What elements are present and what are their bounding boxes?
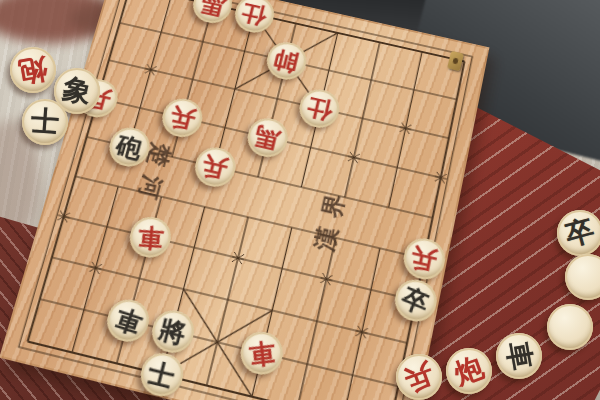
face-down-piece[interactable] — [547, 304, 593, 350]
piece-character: 仕 — [240, 1, 269, 28]
red-advisor-piece[interactable]: 仕 — [231, 0, 277, 36]
black-general-piece[interactable]: 將 — [147, 306, 198, 356]
red-soldier-piece[interactable]: 兵 — [396, 354, 442, 400]
red-soldier-piece[interactable]: 兵 — [191, 144, 239, 191]
piece-character: 馬 — [253, 123, 283, 152]
piece-character: 兵 — [409, 244, 439, 274]
red-soldier-piece[interactable]: 兵 — [158, 95, 206, 141]
red-general-piece[interactable]: 帥 — [263, 39, 310, 84]
red-horse-piece[interactable]: 馬 — [244, 115, 292, 161]
piece-character: 兵 — [200, 152, 230, 181]
red-chariot-piece[interactable]: 車 — [237, 328, 287, 379]
piece-character: 仕 — [305, 94, 334, 122]
piece-character: 車 — [503, 340, 535, 372]
piece-character: 炮 — [17, 54, 49, 86]
piece-character: 車 — [248, 339, 277, 368]
red-chariot-piece[interactable]: 車 — [126, 213, 176, 261]
black-cannon-piece[interactable]: 砲 — [105, 124, 154, 170]
red-advisor-piece[interactable]: 仕 — [296, 86, 343, 132]
piece-character: 兵 — [167, 104, 197, 133]
red-cannon-piece[interactable]: 炮 — [10, 47, 56, 93]
piece-character: 帥 — [272, 47, 301, 75]
piece-character: 卒 — [563, 216, 597, 250]
black-chariot-piece[interactable]: 車 — [496, 333, 542, 379]
piece-character: 象 — [60, 74, 93, 107]
piece-character: 砲 — [114, 132, 144, 161]
piece-character: 兵 — [401, 359, 437, 395]
piece-character: 卒 — [399, 284, 432, 318]
piece-character: 將 — [157, 316, 189, 348]
red-horse-piece[interactable]: 馬 — [189, 0, 236, 27]
piece-character: 士 — [30, 107, 60, 137]
black-soldier-piece[interactable]: 卒 — [557, 210, 600, 256]
black-soldier-piece[interactable]: 卒 — [391, 276, 440, 326]
black-chariot-piece[interactable]: 車 — [103, 296, 154, 346]
photo-scene: 楚河 漢界 馬仕帥仕兵兵馬兵砲兵車卒車將車士 炮象士卒車炮兵 — [0, 0, 600, 400]
red-soldier-piece[interactable]: 兵 — [400, 234, 448, 283]
piece-character: 炮 — [451, 353, 487, 389]
piece-character: 馬 — [198, 0, 227, 18]
red-cannon-piece[interactable]: 炮 — [446, 348, 492, 394]
piece-character: 車 — [137, 224, 164, 251]
piece-character: 士 — [146, 358, 178, 390]
black-advisor-piece[interactable]: 士 — [22, 99, 68, 145]
black-advisor-piece[interactable]: 士 — [136, 349, 187, 400]
piece-character: 車 — [112, 304, 145, 337]
